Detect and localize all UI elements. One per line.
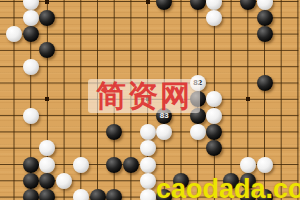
move-number-label: 83 (160, 112, 169, 120)
white-stone[interactable] (39, 157, 55, 173)
black-stone[interactable] (156, 189, 172, 200)
star-point (146, 97, 150, 101)
white-stone[interactable] (6, 26, 22, 42)
black-stone[interactable] (257, 10, 273, 26)
white-stone[interactable] (140, 140, 156, 156)
black-stone[interactable] (257, 189, 273, 200)
star-point (45, 97, 49, 101)
black-stone[interactable] (240, 189, 256, 200)
black-stone[interactable] (223, 173, 239, 189)
white-stone[interactable] (206, 108, 222, 124)
move-number-label: 82 (193, 79, 202, 87)
go-board-screenshot: 8283 简资网 caodada.com (0, 0, 300, 200)
white-stone[interactable] (140, 124, 156, 140)
white-stone[interactable] (140, 157, 156, 173)
white-stone[interactable]: 82 (190, 75, 206, 91)
star-point (146, 0, 150, 4)
black-stone[interactable] (106, 189, 122, 200)
white-stone[interactable] (140, 189, 156, 200)
white-stone[interactable] (23, 10, 39, 26)
black-stone[interactable] (123, 157, 139, 173)
black-stone[interactable] (23, 173, 39, 189)
white-stone[interactable] (23, 59, 39, 75)
black-stone[interactable]: 83 (156, 108, 172, 124)
white-stone[interactable] (73, 189, 89, 200)
black-stone[interactable] (173, 173, 189, 189)
white-stone[interactable] (257, 157, 273, 173)
black-stone[interactable] (190, 108, 206, 124)
black-stone[interactable] (106, 157, 122, 173)
black-stone[interactable] (106, 124, 122, 140)
white-stone[interactable] (73, 157, 89, 173)
black-stone[interactable] (240, 173, 256, 189)
black-stone[interactable] (39, 189, 55, 200)
star-point (246, 97, 250, 101)
black-stone[interactable] (23, 157, 39, 173)
black-stone[interactable] (190, 91, 206, 107)
go-board[interactable]: 8283 (0, 0, 300, 200)
white-stone[interactable] (140, 173, 156, 189)
black-stone[interactable] (257, 75, 273, 91)
black-stone[interactable] (23, 189, 39, 200)
black-stone[interactable] (23, 26, 39, 42)
white-stone[interactable] (257, 0, 273, 10)
star-point (45, 0, 49, 4)
white-stone[interactable] (240, 157, 256, 173)
black-stone[interactable] (90, 189, 106, 200)
white-stone[interactable] (56, 173, 72, 189)
black-stone[interactable] (257, 26, 273, 42)
white-stone[interactable] (23, 108, 39, 124)
white-stone[interactable] (190, 124, 206, 140)
